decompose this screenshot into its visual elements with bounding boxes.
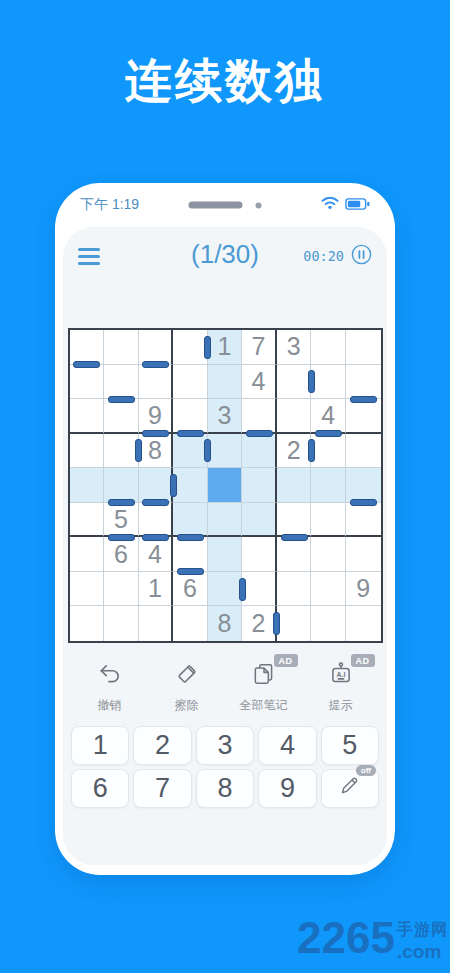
cell-r3c4[interactable] bbox=[173, 399, 208, 434]
cell-r5c9[interactable] bbox=[346, 468, 381, 503]
cell-r7c5[interactable] bbox=[208, 537, 243, 572]
cell-r7c4[interactable] bbox=[173, 537, 208, 572]
consecutive-marker bbox=[108, 534, 135, 541]
cell-r7c3[interactable]: 4 bbox=[139, 537, 174, 572]
svg-text:A.I: A.I bbox=[336, 671, 345, 678]
cell-r2c4[interactable] bbox=[173, 365, 208, 400]
cell-r2c5[interactable] bbox=[208, 365, 243, 400]
cell-r3c9[interactable] bbox=[346, 399, 381, 434]
numpad: 12345 6789 off bbox=[71, 726, 379, 808]
pencil-icon bbox=[338, 773, 362, 804]
cell-r5c3[interactable] bbox=[139, 468, 174, 503]
hamburger-icon bbox=[78, 248, 100, 251]
watermark: 2265 手游网 .com bbox=[297, 920, 448, 961]
consecutive-marker bbox=[142, 534, 169, 541]
sudoku-board: 17349348256416982 bbox=[68, 328, 383, 643]
tool-label: 擦除 bbox=[175, 697, 199, 714]
menu-button[interactable] bbox=[78, 248, 100, 265]
cell-r3c5[interactable]: 3 bbox=[208, 399, 243, 434]
consecutive-marker bbox=[170, 474, 177, 497]
app-screen: (1/30) 00:20 17349348256416982 bbox=[63, 227, 387, 865]
camera-dot bbox=[256, 202, 262, 208]
cell-r4c2[interactable] bbox=[104, 434, 139, 469]
cell-r9c4[interactable] bbox=[173, 606, 208, 641]
cell-r8c4[interactable]: 6 bbox=[173, 572, 208, 607]
pause-button[interactable] bbox=[351, 244, 372, 269]
consecutive-marker bbox=[73, 361, 100, 368]
cell-r8c2[interactable] bbox=[104, 572, 139, 607]
cell-r2c9[interactable] bbox=[346, 365, 381, 400]
toolbar: 撤销 擦除 AD bbox=[63, 661, 387, 714]
erase-button[interactable]: 擦除 bbox=[148, 661, 225, 714]
cell-r5c1[interactable] bbox=[70, 468, 105, 503]
cell-r1c8[interactable] bbox=[311, 330, 346, 365]
cell-r3c6[interactable] bbox=[242, 399, 277, 434]
cell-r1c6[interactable]: 7 bbox=[242, 330, 277, 365]
watermark-suffix: .com bbox=[397, 942, 448, 961]
consecutive-marker bbox=[350, 499, 377, 506]
cell-r6c7[interactable] bbox=[277, 503, 312, 538]
tool-label: 提示 bbox=[329, 697, 353, 714]
key-1[interactable]: 1 bbox=[71, 726, 129, 765]
notes-button[interactable]: AD 全部笔记 bbox=[225, 661, 302, 714]
cell-r9c2[interactable] bbox=[104, 606, 139, 641]
consecutive-marker bbox=[204, 439, 211, 462]
phone-notch bbox=[189, 202, 262, 209]
pause-icon bbox=[359, 251, 363, 258]
speaker-slot bbox=[189, 202, 243, 209]
key-8[interactable]: 8 bbox=[196, 769, 254, 808]
key-7[interactable]: 7 bbox=[133, 769, 191, 808]
cell-r6c8[interactable] bbox=[311, 503, 346, 538]
cell-r1c5[interactable]: 1 bbox=[208, 330, 243, 365]
consecutive-marker bbox=[308, 439, 315, 462]
cell-r9c7[interactable] bbox=[277, 606, 312, 641]
consecutive-marker bbox=[135, 439, 142, 462]
consecutive-marker bbox=[204, 336, 211, 359]
consecutive-marker bbox=[177, 568, 204, 575]
cell-r1c3[interactable] bbox=[139, 330, 174, 365]
cell-r8c7[interactable] bbox=[277, 572, 312, 607]
cell-r9c6[interactable]: 2 bbox=[242, 606, 277, 641]
pencil-off-badge: off bbox=[356, 765, 376, 776]
cell-r8c6[interactable] bbox=[242, 572, 277, 607]
cell-r5c4[interactable] bbox=[173, 468, 208, 503]
page-title: 连续数独 bbox=[0, 0, 450, 113]
consecutive-marker bbox=[315, 430, 342, 437]
hint-button[interactable]: AD A.I 提示 bbox=[302, 661, 379, 714]
consecutive-marker bbox=[273, 612, 280, 635]
cell-r8c5[interactable] bbox=[208, 572, 243, 607]
cell-r3c3[interactable]: 9 bbox=[139, 399, 174, 434]
cell-r9c1[interactable] bbox=[70, 606, 105, 641]
cell-r1c2[interactable] bbox=[104, 330, 139, 365]
cell-r7c9[interactable] bbox=[346, 537, 381, 572]
cell-r3c8[interactable]: 4 bbox=[311, 399, 346, 434]
cell-r1c7[interactable]: 3 bbox=[277, 330, 312, 365]
wifi-icon bbox=[321, 196, 339, 214]
consecutive-marker bbox=[108, 499, 135, 506]
ad-badge: AD bbox=[351, 654, 375, 667]
cell-r7c6[interactable] bbox=[242, 537, 277, 572]
cell-r4c7[interactable]: 2 bbox=[277, 434, 312, 469]
cell-r4c3[interactable]: 8 bbox=[139, 434, 174, 469]
status-bar: 下午 1:19 bbox=[55, 183, 395, 227]
cell-r2c8[interactable] bbox=[311, 365, 346, 400]
cell-r7c2[interactable]: 6 bbox=[104, 537, 139, 572]
cell-r2c1[interactable] bbox=[70, 365, 105, 400]
consecutive-marker bbox=[308, 370, 315, 393]
cell-r7c1[interactable] bbox=[70, 537, 105, 572]
cell-r9c9[interactable] bbox=[346, 606, 381, 641]
consecutive-marker bbox=[350, 396, 377, 403]
cell-r8c1[interactable] bbox=[70, 572, 105, 607]
cell-r6c2[interactable]: 5 bbox=[104, 503, 139, 538]
cell-r6c4[interactable] bbox=[173, 503, 208, 538]
cell-r1c9[interactable] bbox=[346, 330, 381, 365]
cell-r2c2[interactable] bbox=[104, 365, 139, 400]
cell-r5c7[interactable] bbox=[277, 468, 312, 503]
app-header: (1/30) 00:20 bbox=[63, 227, 387, 271]
key-5[interactable]: 5 bbox=[321, 726, 379, 765]
key-6[interactable]: 6 bbox=[71, 769, 129, 808]
cell-r5c8[interactable] bbox=[311, 468, 346, 503]
cell-r1c4[interactable] bbox=[173, 330, 208, 365]
undo-button[interactable]: 撤销 bbox=[71, 661, 148, 714]
cell-r5c6[interactable] bbox=[242, 468, 277, 503]
cell-r4c8[interactable] bbox=[311, 434, 346, 469]
notes-icon bbox=[251, 661, 277, 691]
cell-r2c6[interactable]: 4 bbox=[242, 365, 277, 400]
watermark-number: 2265 bbox=[297, 920, 395, 956]
undo-icon bbox=[97, 661, 123, 691]
key-9[interactable]: 9 bbox=[258, 769, 316, 808]
ai-hint-icon: A.I bbox=[328, 661, 354, 691]
cell-r9c3[interactable] bbox=[139, 606, 174, 641]
cell-r3c7[interactable] bbox=[277, 399, 312, 434]
cell-r6c6[interactable] bbox=[242, 503, 277, 538]
consecutive-marker bbox=[246, 430, 273, 437]
cell-r6c1[interactable] bbox=[70, 503, 105, 538]
cell-r3c2[interactable] bbox=[104, 399, 139, 434]
cell-r5c5[interactable] bbox=[208, 468, 243, 503]
consecutive-marker bbox=[177, 430, 204, 437]
cell-r6c9[interactable] bbox=[346, 503, 381, 538]
cell-r6c3[interactable] bbox=[139, 503, 174, 538]
ad-badge: AD bbox=[274, 654, 298, 667]
cell-r7c7[interactable] bbox=[277, 537, 312, 572]
consecutive-marker bbox=[142, 361, 169, 368]
watermark-site: 手游网 bbox=[397, 920, 448, 941]
cell-r2c3[interactable] bbox=[139, 365, 174, 400]
battery-icon bbox=[345, 196, 370, 214]
consecutive-marker bbox=[142, 499, 169, 506]
consecutive-marker bbox=[239, 578, 246, 601]
consecutive-marker bbox=[281, 534, 308, 541]
timer: 00:20 bbox=[303, 248, 344, 264]
cell-r5c2[interactable] bbox=[104, 468, 139, 503]
cell-r8c9[interactable]: 9 bbox=[346, 572, 381, 607]
key-4[interactable]: 4 bbox=[258, 726, 316, 765]
cell-r8c8[interactable] bbox=[311, 572, 346, 607]
cell-r4c6[interactable] bbox=[242, 434, 277, 469]
tool-label: 撤销 bbox=[98, 697, 122, 714]
status-time: 下午 1:19 bbox=[80, 196, 139, 214]
cell-r8c3[interactable]: 1 bbox=[139, 572, 174, 607]
consecutive-marker bbox=[108, 396, 135, 403]
cell-r9c5[interactable]: 8 bbox=[208, 606, 243, 641]
consecutive-marker bbox=[177, 534, 204, 541]
phone-mockup: 下午 1:19 bbox=[55, 183, 395, 875]
eraser-icon bbox=[174, 661, 200, 691]
cell-r4c5[interactable] bbox=[208, 434, 243, 469]
consecutive-marker bbox=[142, 430, 169, 437]
cell-r7c8[interactable] bbox=[311, 537, 346, 572]
cell-r6c5[interactable] bbox=[208, 503, 243, 538]
cell-r1c1[interactable] bbox=[70, 330, 105, 365]
cell-r4c1[interactable] bbox=[70, 434, 105, 469]
cell-r9c8[interactable] bbox=[311, 606, 346, 641]
cell-r4c4[interactable] bbox=[173, 434, 208, 469]
cell-r3c1[interactable] bbox=[70, 399, 105, 434]
pencil-toggle[interactable]: off bbox=[321, 769, 379, 808]
cell-r2c7[interactable] bbox=[277, 365, 312, 400]
key-2[interactable]: 2 bbox=[133, 726, 191, 765]
cell-r4c9[interactable] bbox=[346, 434, 381, 469]
key-3[interactable]: 3 bbox=[196, 726, 254, 765]
tool-label: 全部笔记 bbox=[240, 697, 288, 714]
